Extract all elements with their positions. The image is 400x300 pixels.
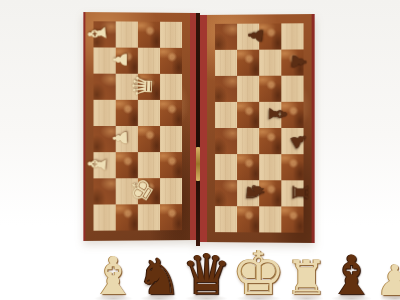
board-square: [237, 76, 259, 102]
board-square: [160, 74, 182, 100]
board-square: [215, 24, 237, 50]
board-square: [237, 180, 259, 206]
board-square: [93, 47, 115, 73]
board-square: [116, 74, 138, 100]
board-square: [215, 128, 237, 154]
board-grid-left: [93, 21, 182, 230]
board-square: [259, 128, 281, 154]
board-square: [215, 154, 237, 180]
board-square: [237, 128, 259, 154]
board-square: [116, 178, 138, 204]
tray-piece-black-queen: ♛: [181, 252, 231, 298]
tray-piece-white-bishop: ♝: [90, 255, 137, 298]
board-square: [93, 204, 115, 230]
board-square: [138, 152, 160, 178]
board-square: [259, 50, 281, 76]
board-square: [237, 102, 259, 128]
board-square: [281, 23, 303, 49]
tray-piece-white-pawn: ♟: [376, 264, 400, 298]
board-square: [138, 74, 160, 100]
board-square: [215, 50, 237, 76]
board-panel-right: ♟♟♝♟♞♜: [200, 14, 315, 243]
board-square: [281, 206, 303, 232]
board-square: [138, 22, 160, 48]
board-square: [116, 21, 138, 47]
board-square: [93, 21, 115, 47]
product-photo: ♝♟♛♟♝♚ ♟♟♝♟♞♜ ♝♞♛♚♜♝♟: [0, 0, 400, 300]
board-square: [93, 100, 115, 126]
board-panel-left: ♝♟♛♟♝♚: [83, 12, 196, 241]
board-square: [259, 76, 281, 102]
board-square: [259, 206, 281, 232]
board-square: [138, 126, 160, 152]
board-square: [116, 152, 138, 178]
board-square: [237, 24, 259, 50]
board-square: [281, 49, 303, 75]
tray-piece-black-bishop: ♝: [328, 254, 376, 298]
board-square: [281, 180, 303, 206]
chess-board: ♝♟♛♟♝♚ ♟♟♝♟♞♜: [84, 13, 314, 246]
board-square: [160, 100, 182, 126]
board-square: [215, 206, 237, 232]
board-square: [93, 126, 115, 152]
tray-piece-white-king: ♚: [232, 249, 286, 298]
board-square: [215, 76, 237, 102]
board-square: [160, 48, 182, 74]
board-square: [259, 154, 281, 180]
tray-piece-black-knight: ♞: [137, 257, 182, 298]
board-square: [116, 126, 138, 152]
board-square: [237, 154, 259, 180]
board-square: [138, 48, 160, 74]
board-square: [160, 22, 182, 48]
board-square: [160, 178, 182, 204]
board-square: [259, 102, 281, 128]
board-grid-right: [215, 23, 304, 232]
board-square: [259, 23, 281, 49]
board-square: [215, 102, 237, 128]
board-square: [237, 206, 259, 232]
board-square: [215, 180, 237, 206]
board-square: [281, 102, 303, 128]
board-square: [116, 204, 138, 230]
board-square: [138, 204, 160, 230]
board-square: [160, 152, 182, 178]
board-square: [116, 100, 138, 126]
board-square: [138, 178, 160, 204]
board-square: [160, 126, 182, 152]
board-square: [93, 152, 115, 178]
board-square: [237, 50, 259, 76]
tray-piece-white-rook: ♜: [285, 259, 327, 298]
board-square: [93, 74, 115, 100]
board-square: [116, 48, 138, 74]
board-square: [138, 100, 160, 126]
piece-row: ♝♞♛♚♜♝♟: [90, 236, 314, 298]
board-square: [160, 204, 182, 230]
board-square: [281, 128, 303, 154]
board-square: [259, 180, 281, 206]
board-square: [281, 76, 303, 102]
board-square: [281, 154, 303, 180]
board-square: [93, 178, 115, 204]
